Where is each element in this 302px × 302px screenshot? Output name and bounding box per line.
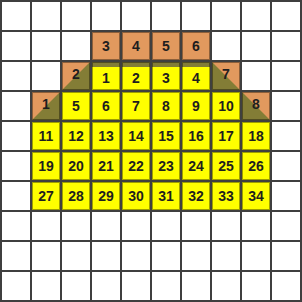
empty-cell <box>122 2 150 30</box>
full-square-cell: 30 <box>122 182 150 210</box>
full-square-cell: 4 <box>182 62 210 90</box>
empty-cell <box>152 212 180 240</box>
cell-number: 4 <box>192 70 200 86</box>
partial-square-cell: 3 <box>92 32 120 60</box>
cell-number: 17 <box>218 128 234 144</box>
cell-number: 5 <box>72 98 80 114</box>
cell-number: 28 <box>68 188 84 204</box>
empty-cell <box>152 2 180 30</box>
cell-number: 1 <box>102 70 110 86</box>
full-square-cell: 10 <box>212 92 240 120</box>
full-square-cell: 33 <box>212 182 240 210</box>
empty-cell <box>212 272 240 300</box>
cell-number: 2 <box>72 66 80 82</box>
empty-cell <box>32 242 60 270</box>
empty-cell <box>2 2 30 30</box>
empty-cell <box>272 272 300 300</box>
cell-number: 12 <box>68 128 84 144</box>
cell-number: 8 <box>162 98 170 114</box>
cell-number: 1 <box>42 96 50 112</box>
full-square-cell: 7 <box>122 92 150 120</box>
full-square-cell: 15 <box>152 122 180 150</box>
full-square-cell: 5 <box>62 92 90 120</box>
empty-cell <box>32 32 60 60</box>
empty-cell <box>2 272 30 300</box>
empty-cell <box>32 272 60 300</box>
cell-number: 9 <box>192 98 200 114</box>
empty-cell <box>92 212 120 240</box>
cell-number: 7 <box>222 66 230 82</box>
full-square-cell: 34 <box>242 182 270 210</box>
full-square-cell: 16 <box>182 122 210 150</box>
empty-cell <box>272 2 300 30</box>
cell-number: 8 <box>252 96 260 112</box>
empty-cell <box>242 212 270 240</box>
empty-cell <box>2 122 30 150</box>
full-square-cell: 28 <box>62 182 90 210</box>
partial-square-cell: 4 <box>122 32 150 60</box>
empty-cell <box>32 62 60 90</box>
empty-cell <box>122 272 150 300</box>
cell-number: 23 <box>158 158 174 174</box>
empty-cell <box>272 92 300 120</box>
cell-number: 10 <box>218 98 234 114</box>
cell-number: 3 <box>102 38 110 54</box>
cell-number: 11 <box>39 128 54 144</box>
full-square-cell: 27 <box>32 182 60 210</box>
empty-cell <box>62 2 90 30</box>
full-square-cell: 1 <box>92 62 120 90</box>
cell-number: 32 <box>188 188 204 204</box>
full-square-cell: 31 <box>152 182 180 210</box>
empty-cell <box>152 272 180 300</box>
full-square-cell: 17 <box>212 122 240 150</box>
cell-number: 15 <box>158 128 174 144</box>
empty-cell <box>242 62 270 90</box>
cell-number: 24 <box>188 158 204 174</box>
full-square-cell: 13 <box>92 122 120 150</box>
cell-number: 20 <box>68 158 84 174</box>
full-square-cell: 23 <box>152 152 180 180</box>
empty-cell <box>62 272 90 300</box>
partial-square-cell: 6 <box>182 32 210 60</box>
empty-cell <box>152 242 180 270</box>
empty-cell <box>2 92 30 120</box>
cell-number: 22 <box>128 158 144 174</box>
full-square-cell: 3 <box>152 62 180 90</box>
cell-number: 7 <box>132 98 140 114</box>
cell-number: 3 <box>162 70 170 86</box>
empty-cell <box>272 242 300 270</box>
cell-number: 26 <box>248 158 264 174</box>
empty-cell <box>182 2 210 30</box>
cell-number: 2 <box>132 70 140 86</box>
empty-cell <box>62 212 90 240</box>
partial-square-cell: 5 <box>152 32 180 60</box>
empty-cell <box>92 272 120 300</box>
full-square-cell: 32 <box>182 182 210 210</box>
empty-cell <box>272 122 300 150</box>
full-square-cell: 22 <box>122 152 150 180</box>
empty-cell <box>122 242 150 270</box>
empty-cell <box>242 2 270 30</box>
cell-number: 34 <box>248 188 264 204</box>
partial-square-cell: 7 <box>212 62 240 90</box>
full-square-cell: 18 <box>242 122 270 150</box>
partial-square-cell: 1 <box>32 92 60 120</box>
full-square-cell: 12 <box>62 122 90 150</box>
cell-number: 14 <box>128 128 144 144</box>
empty-cell <box>182 212 210 240</box>
full-square-cell: 11 <box>32 122 60 150</box>
cell-number: 29 <box>98 188 114 204</box>
cell-number: 31 <box>158 188 174 204</box>
full-square-cell: 29 <box>92 182 120 210</box>
full-square-cell: 20 <box>62 152 90 180</box>
empty-cell <box>62 242 90 270</box>
cell-number: 16 <box>188 128 204 144</box>
cell-number: 21 <box>98 158 114 174</box>
full-square-cell: 6 <box>92 92 120 120</box>
empty-cell <box>92 242 120 270</box>
empty-cell <box>2 242 30 270</box>
empty-cell <box>2 32 30 60</box>
empty-cell <box>2 152 30 180</box>
empty-cell <box>182 242 210 270</box>
cell-number: 4 <box>132 38 140 54</box>
empty-cell <box>242 32 270 60</box>
full-square-cell: 24 <box>182 152 210 180</box>
full-square-cell: 2 <box>122 62 150 90</box>
full-square-cell: 14 <box>122 122 150 150</box>
empty-cell <box>122 212 150 240</box>
full-square-cell: 8 <box>152 92 180 120</box>
cell-number: 19 <box>38 158 54 174</box>
empty-cell <box>62 32 90 60</box>
grid-board: 3456212347156789108111213141516171819202… <box>0 0 302 302</box>
cell-number: 13 <box>98 128 114 144</box>
empty-cell <box>272 62 300 90</box>
cell-number: 27 <box>38 188 54 204</box>
cell-number: 5 <box>162 38 170 54</box>
empty-cell <box>2 62 30 90</box>
empty-cell <box>212 32 240 60</box>
empty-cell <box>212 212 240 240</box>
empty-cell <box>2 212 30 240</box>
cell-number: 33 <box>218 188 234 204</box>
empty-cell <box>242 272 270 300</box>
empty-cell <box>212 242 240 270</box>
partial-square-cell: 8 <box>242 92 270 120</box>
empty-cell <box>182 272 210 300</box>
cell-number: 25 <box>218 158 234 174</box>
empty-cell <box>92 2 120 30</box>
cell-number: 30 <box>128 188 144 204</box>
full-square-cell: 21 <box>92 152 120 180</box>
empty-cell <box>272 212 300 240</box>
empty-cell <box>272 32 300 60</box>
full-square-cell: 19 <box>32 152 60 180</box>
empty-cell <box>2 182 30 210</box>
empty-cell <box>32 212 60 240</box>
cell-number: 18 <box>248 128 264 144</box>
empty-cell <box>272 152 300 180</box>
cell-number: 6 <box>102 98 110 114</box>
empty-cell <box>32 2 60 30</box>
empty-cell <box>212 2 240 30</box>
partial-square-cell: 2 <box>62 62 90 90</box>
empty-cell <box>242 242 270 270</box>
full-square-cell: 26 <box>242 152 270 180</box>
cell-number: 6 <box>192 38 200 54</box>
empty-cell <box>272 182 300 210</box>
full-square-cell: 25 <box>212 152 240 180</box>
full-square-cell: 9 <box>182 92 210 120</box>
